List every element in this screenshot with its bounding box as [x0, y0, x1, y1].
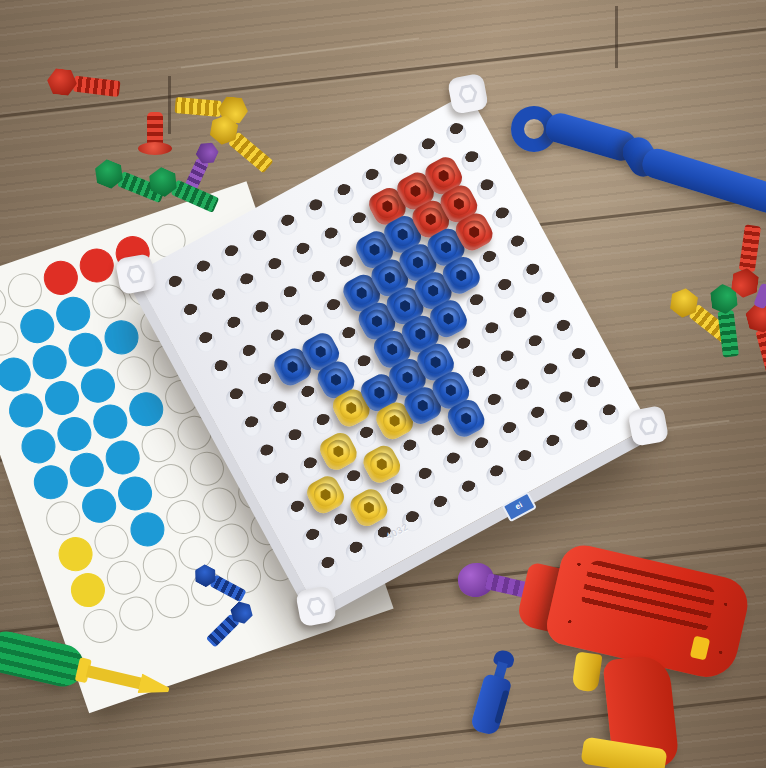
hole [580, 373, 607, 400]
red-bolt[interactable] [46, 67, 122, 102]
hole [274, 211, 301, 238]
corner-post [627, 405, 669, 447]
hole [333, 252, 360, 279]
hole [465, 362, 492, 389]
hole [340, 467, 367, 494]
hole [443, 119, 470, 146]
hole [415, 135, 442, 162]
card-circle-empty [149, 459, 192, 502]
hole [190, 257, 217, 284]
post-hex-socket [457, 83, 479, 105]
card-circle-blue [16, 305, 59, 348]
hole [565, 344, 592, 371]
hole [567, 416, 594, 443]
hole [455, 477, 482, 504]
hole [493, 347, 520, 374]
hole [521, 332, 548, 359]
card-circle-blue [40, 376, 83, 419]
corner-post [447, 73, 489, 115]
post-hex-socket [305, 595, 327, 617]
hole [330, 181, 357, 208]
hole [463, 291, 490, 318]
card-circle-blue [64, 328, 107, 371]
card-circle-empty [137, 424, 180, 467]
card-circle-empty [173, 411, 216, 454]
card-circle-blue [76, 364, 119, 407]
photo-scene: 4032 ei [0, 0, 766, 768]
card-circle-blue [4, 389, 47, 432]
card-circle-red [75, 244, 118, 287]
hole [383, 479, 410, 506]
hole [345, 209, 372, 236]
card-circle-empty [162, 495, 205, 538]
card-circle-blue [28, 340, 71, 383]
screwdriver-tip [138, 674, 172, 700]
hole [350, 352, 377, 379]
hole [205, 285, 232, 312]
hole [411, 464, 438, 491]
hole [358, 165, 385, 192]
hole [491, 275, 518, 302]
plank-joint [168, 76, 171, 134]
hole [386, 150, 413, 177]
ei-logo-label: ei [502, 491, 537, 522]
hole [524, 403, 551, 430]
hole [552, 388, 579, 415]
hole [320, 295, 347, 322]
hole [537, 360, 564, 387]
hole [207, 357, 234, 384]
hole [296, 454, 323, 481]
hole [396, 436, 423, 463]
card-circle-yellow [66, 568, 109, 611]
card-circle-blue [89, 400, 132, 443]
hole [483, 462, 510, 489]
card-circle-empty [210, 519, 253, 562]
hole [192, 328, 219, 355]
card-circle-blue [29, 461, 72, 504]
hole [314, 553, 341, 580]
hole [223, 385, 250, 412]
hole [450, 334, 477, 361]
hole [233, 270, 260, 297]
bolt-head [46, 67, 79, 96]
hole [595, 401, 622, 428]
hole [246, 226, 273, 253]
hole [220, 313, 247, 340]
hole [177, 300, 204, 327]
hole [335, 324, 362, 351]
hole [539, 431, 566, 458]
screwdriver-handle [0, 627, 88, 690]
hole [284, 497, 311, 524]
hole [276, 283, 303, 310]
hole [218, 242, 245, 269]
corner-post [115, 253, 157, 295]
hole [427, 492, 454, 519]
card-circle-red [39, 256, 82, 299]
hole [266, 398, 293, 425]
card-circle-blue [113, 472, 156, 515]
hole [264, 326, 291, 353]
hole [519, 260, 546, 287]
hole [458, 148, 485, 175]
card-circle-blue [0, 353, 35, 396]
hole [534, 288, 561, 315]
bolt-shaft [755, 328, 766, 377]
hole [424, 421, 451, 448]
hole [496, 418, 523, 445]
hole [550, 316, 577, 343]
bolt-shaft [175, 97, 222, 117]
bolt-shaft [739, 224, 761, 272]
card-circle-blue [17, 425, 60, 468]
hole [476, 247, 503, 274]
hole [161, 272, 188, 299]
post-hex-socket [125, 263, 147, 285]
card-circle-empty [151, 580, 194, 623]
hole [309, 410, 336, 437]
blue-crank-wrench[interactable] [505, 90, 766, 240]
hole [440, 449, 467, 476]
card-circle-empty [185, 447, 228, 490]
card-circle-blue [78, 484, 121, 527]
hole [317, 224, 344, 251]
hole [506, 303, 533, 330]
hole [468, 434, 495, 461]
hole [511, 447, 538, 474]
wood-scratch [181, 37, 419, 68]
drill-trigger[interactable] [571, 651, 602, 692]
card-circle-blue [65, 448, 108, 491]
hole [302, 196, 329, 223]
hole [478, 319, 505, 346]
crank-handle [639, 145, 766, 220]
card-circle-empty [102, 556, 145, 599]
hole [480, 390, 507, 417]
plank-joint [615, 6, 618, 68]
card-circle-empty [42, 497, 85, 540]
hole [281, 426, 308, 453]
hole [289, 239, 316, 266]
hole [294, 382, 321, 409]
red-bolt-partial[interactable] [744, 300, 766, 377]
red-toy-drill[interactable] [440, 545, 766, 768]
screw-flange [138, 142, 172, 155]
card-circle-blue [53, 412, 96, 455]
bolt-head [730, 266, 760, 299]
hole [305, 267, 332, 294]
hole [238, 413, 265, 440]
hole [251, 369, 278, 396]
hole [292, 311, 319, 338]
card-circle-empty [138, 544, 181, 587]
hole [261, 254, 288, 281]
hole [509, 375, 536, 402]
card-circle-yellow [54, 533, 97, 576]
card-circle-empty [3, 269, 46, 312]
post-hex-socket [637, 415, 659, 437]
hole [235, 341, 262, 368]
hole [299, 525, 326, 552]
hole [327, 510, 354, 537]
card-circle-empty [115, 592, 158, 635]
card-circle-empty [90, 520, 133, 563]
card-circle-blue [126, 508, 169, 551]
card-circle-blue [52, 292, 95, 335]
card-circle-blue [125, 388, 168, 431]
hole [253, 441, 280, 468]
card-circle-empty [112, 352, 155, 395]
hole [353, 423, 380, 450]
bolt-shaft [718, 310, 739, 358]
hole [473, 176, 500, 203]
hole [342, 538, 369, 565]
card-circle-blue [101, 436, 144, 479]
corner-post [295, 585, 337, 627]
hole [268, 469, 295, 496]
card-circle-empty [198, 483, 241, 526]
hole [248, 298, 275, 325]
screwdriver-shaft [86, 665, 143, 689]
card-circle-blue [100, 316, 143, 359]
bolt-shaft [73, 76, 121, 97]
